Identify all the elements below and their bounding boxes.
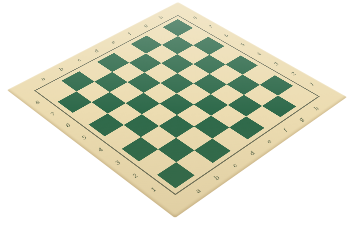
photo-canvas: abcdefgh abcdefgh 87654321 87654321 <box>0 0 350 234</box>
squares-grid <box>43 19 312 188</box>
chess-board: abcdefgh abcdefgh 87654321 87654321 <box>7 2 347 218</box>
